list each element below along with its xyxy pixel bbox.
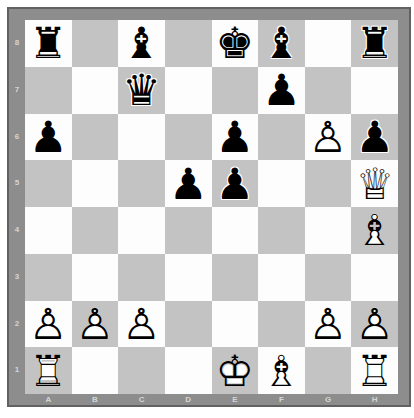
square-d8[interactable] xyxy=(165,20,212,67)
square-a5[interactable] xyxy=(25,160,72,207)
piece-outline: ♗ xyxy=(258,347,305,394)
piece-fill: ♟ xyxy=(25,114,72,161)
rank-label-3: 3 xyxy=(9,254,25,301)
chess-board: ♜♝♚♝♜♛♟♟♟♟♙♟♟♟♛♕♝♗♟♙♟♙♟♙♟♙♟♙♜♖♚♔♝♗♜♖ xyxy=(25,20,398,394)
square-d3[interactable] xyxy=(165,254,212,301)
square-h1[interactable]: ♜♖ xyxy=(351,347,398,394)
square-d2[interactable] xyxy=(165,301,212,348)
white-queen-icon[interactable]: ♛♕ xyxy=(351,160,398,207)
rank-label-8: 8 xyxy=(9,20,25,67)
black-bishop-icon[interactable]: ♝ xyxy=(118,20,165,67)
piece-outline: ♙ xyxy=(25,301,72,348)
piece-outline: ♙ xyxy=(118,301,165,348)
piece-outline: ♕ xyxy=(351,160,398,207)
black-bishop-icon[interactable]: ♝ xyxy=(258,20,305,67)
square-c8[interactable]: ♝ xyxy=(118,20,165,67)
square-b1[interactable] xyxy=(72,347,119,394)
square-c5[interactable] xyxy=(118,160,165,207)
white-pawn-icon[interactable]: ♟♙ xyxy=(25,301,72,348)
square-e6[interactable]: ♟ xyxy=(212,114,259,161)
piece-outline: ♙ xyxy=(351,301,398,348)
file-label-g: G xyxy=(305,394,352,406)
square-f3[interactable] xyxy=(258,254,305,301)
board-frame: ♜♝♚♝♜♛♟♟♟♟♙♟♟♟♛♕♝♗♟♙♟♙♟♙♟♙♟♙♜♖♚♔♝♗♜♖ 876… xyxy=(7,7,411,407)
square-e3[interactable] xyxy=(212,254,259,301)
square-a2[interactable]: ♟♙ xyxy=(25,301,72,348)
square-e7[interactable] xyxy=(212,67,259,114)
white-king-icon[interactable]: ♚♔ xyxy=(212,347,259,394)
black-pawn-icon[interactable]: ♟ xyxy=(212,114,259,161)
piece-outline: ♖ xyxy=(351,347,398,394)
rank-label-5: 5 xyxy=(9,160,25,207)
piece-fill: ♟ xyxy=(212,114,259,161)
square-h2[interactable]: ♟♙ xyxy=(351,301,398,348)
piece-outline: ♗ xyxy=(351,207,398,254)
white-pawn-icon[interactable]: ♟♙ xyxy=(305,301,352,348)
square-c2[interactable]: ♟♙ xyxy=(118,301,165,348)
piece-outline: ♙ xyxy=(305,114,352,161)
square-f6[interactable] xyxy=(258,114,305,161)
square-h4[interactable]: ♝♗ xyxy=(351,207,398,254)
white-pawn-icon[interactable]: ♟♙ xyxy=(72,301,119,348)
square-f2[interactable] xyxy=(258,301,305,348)
rank-label-4: 4 xyxy=(9,207,25,254)
square-f5[interactable] xyxy=(258,160,305,207)
square-d1[interactable] xyxy=(165,347,212,394)
square-h7[interactable] xyxy=(351,67,398,114)
square-d6[interactable] xyxy=(165,114,212,161)
black-pawn-icon[interactable]: ♟ xyxy=(165,160,212,207)
square-b2[interactable]: ♟♙ xyxy=(72,301,119,348)
piece-fill: ♝ xyxy=(258,20,305,67)
square-g4[interactable] xyxy=(305,207,352,254)
square-c6[interactable] xyxy=(118,114,165,161)
square-g8[interactable] xyxy=(305,20,352,67)
file-label-a: A xyxy=(25,394,72,406)
piece-fill: ♟ xyxy=(258,67,305,114)
square-h6[interactable]: ♟ xyxy=(351,114,398,161)
square-c7[interactable]: ♛ xyxy=(118,67,165,114)
piece-fill: ♟ xyxy=(165,160,212,207)
square-f7[interactable]: ♟ xyxy=(258,67,305,114)
square-b7[interactable] xyxy=(72,67,119,114)
square-b5[interactable] xyxy=(72,160,119,207)
rank-label-1: 1 xyxy=(9,347,25,394)
square-f1[interactable]: ♝♗ xyxy=(258,347,305,394)
square-h8[interactable]: ♜ xyxy=(351,20,398,67)
square-f4[interactable] xyxy=(258,207,305,254)
square-e8[interactable]: ♚ xyxy=(212,20,259,67)
square-d4[interactable] xyxy=(165,207,212,254)
piece-fill: ♟ xyxy=(351,114,398,161)
black-queen-icon[interactable]: ♛ xyxy=(118,67,165,114)
file-label-e: E xyxy=(212,394,259,406)
black-pawn-icon[interactable]: ♟ xyxy=(212,160,259,207)
piece-outline: ♖ xyxy=(25,347,72,394)
square-a8[interactable]: ♜ xyxy=(25,20,72,67)
square-h5[interactable]: ♛♕ xyxy=(351,160,398,207)
white-bishop-icon[interactable]: ♝♗ xyxy=(258,347,305,394)
square-b8[interactable] xyxy=(72,20,119,67)
white-rook-icon[interactable]: ♜♖ xyxy=(351,347,398,394)
square-h3[interactable] xyxy=(351,254,398,301)
black-pawn-icon[interactable]: ♟ xyxy=(258,67,305,114)
file-label-d: D xyxy=(165,394,212,406)
square-b4[interactable] xyxy=(72,207,119,254)
black-rook-icon[interactable]: ♜ xyxy=(351,20,398,67)
square-g6[interactable]: ♟♙ xyxy=(305,114,352,161)
piece-fill: ♟ xyxy=(212,160,259,207)
white-bishop-icon[interactable]: ♝♗ xyxy=(351,207,398,254)
square-c3[interactable] xyxy=(118,254,165,301)
square-g7[interactable] xyxy=(305,67,352,114)
piece-fill: ♝ xyxy=(118,20,165,67)
piece-fill: ♜ xyxy=(25,20,72,67)
piece-outline: ♙ xyxy=(72,301,119,348)
square-b6[interactable] xyxy=(72,114,119,161)
square-c4[interactable] xyxy=(118,207,165,254)
square-a4[interactable] xyxy=(25,207,72,254)
square-d5[interactable]: ♟ xyxy=(165,160,212,207)
square-c1[interactable] xyxy=(118,347,165,394)
square-g3[interactable] xyxy=(305,254,352,301)
square-g1[interactable] xyxy=(305,347,352,394)
square-a7[interactable] xyxy=(25,67,72,114)
square-d7[interactable] xyxy=(165,67,212,114)
file-label-b: B xyxy=(72,394,119,406)
square-e1[interactable]: ♚♔ xyxy=(212,347,259,394)
piece-fill: ♚ xyxy=(212,20,259,67)
square-e2[interactable] xyxy=(212,301,259,348)
square-g5[interactable] xyxy=(305,160,352,207)
piece-outline: ♔ xyxy=(212,347,259,394)
rank-label-7: 7 xyxy=(9,67,25,114)
square-a3[interactable] xyxy=(25,254,72,301)
white-rook-icon[interactable]: ♜♖ xyxy=(25,347,72,394)
square-b3[interactable] xyxy=(72,254,119,301)
square-g2[interactable]: ♟♙ xyxy=(305,301,352,348)
white-pawn-icon[interactable]: ♟♙ xyxy=(351,301,398,348)
piece-outline: ♙ xyxy=(305,301,352,348)
square-e5[interactable]: ♟ xyxy=(212,160,259,207)
file-label-f: F xyxy=(258,394,305,406)
white-pawn-icon[interactable]: ♟♙ xyxy=(118,301,165,348)
black-king-icon[interactable]: ♚ xyxy=(212,20,259,67)
square-e4[interactable] xyxy=(212,207,259,254)
square-f8[interactable]: ♝ xyxy=(258,20,305,67)
file-label-h: H xyxy=(351,394,398,406)
file-label-c: C xyxy=(118,394,165,406)
white-pawn-icon[interactable]: ♟♙ xyxy=(305,114,352,161)
black-rook-icon[interactable]: ♜ xyxy=(25,20,72,67)
black-pawn-icon[interactable]: ♟ xyxy=(351,114,398,161)
piece-fill: ♜ xyxy=(351,20,398,67)
square-a6[interactable]: ♟ xyxy=(25,114,72,161)
piece-fill: ♛ xyxy=(118,67,165,114)
black-pawn-icon[interactable]: ♟ xyxy=(25,114,72,161)
rank-label-6: 6 xyxy=(9,114,25,161)
square-a1[interactable]: ♜♖ xyxy=(25,347,72,394)
rank-label-2: 2 xyxy=(9,301,25,348)
